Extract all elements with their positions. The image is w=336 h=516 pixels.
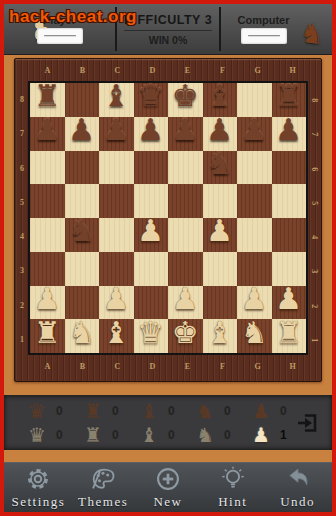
square-c4[interactable] [99, 218, 134, 252]
square-g5[interactable] [237, 184, 272, 218]
captured-row-white: ♛0♜0♝0♞0♟1 [26, 423, 332, 447]
square-b4[interactable]: ♞ [65, 218, 100, 252]
square-c7[interactable]: ♟ [99, 117, 134, 151]
file-labels-top: ABCDEFGH [30, 67, 310, 75]
undo-button[interactable]: Undo [266, 465, 330, 510]
square-a7[interactable]: ♟ [30, 117, 65, 151]
square-f6[interactable]: ♞ [203, 151, 238, 185]
piece-wR-h1[interactable]: ♜ [275, 318, 302, 348]
captured-count: 0 [112, 404, 119, 418]
piece-wP-h2[interactable]: ♟ [275, 284, 302, 314]
piece-bN-b4[interactable]: ♞ [68, 216, 95, 246]
square-h5[interactable] [272, 184, 307, 218]
queen-icon: ♛ [26, 425, 48, 445]
captured-count: 0 [224, 428, 231, 442]
captured-white-rook: ♜0 [82, 425, 138, 445]
piece-wB-f1[interactable]: ♝ [206, 318, 233, 348]
chess-app: hack-cheat.org ♟ Player — DIFFICULTY 3 W… [0, 0, 336, 516]
undo-label: Undo [280, 494, 315, 510]
move-list-arrow-icon[interactable] [296, 411, 320, 435]
square-h1[interactable]: ♜ [272, 319, 307, 353]
square-d4[interactable]: ♟ [134, 218, 169, 252]
coordinate-label: F [205, 363, 240, 371]
new-button[interactable]: New [136, 465, 200, 510]
piece-wP-d4[interactable]: ♟ [137, 216, 164, 246]
chess-board: ABCDEFGH 87654321 87654321 ABCDEFGH ♜♝♛♚… [14, 58, 322, 382]
square-g7[interactable]: ♟ [237, 117, 272, 151]
coordinate-label: 6 [18, 152, 26, 186]
square-e1[interactable]: ♚ [168, 319, 203, 353]
captured-count: 0 [224, 404, 231, 418]
coordinate-label: 4 [18, 220, 26, 254]
square-d3[interactable] [134, 252, 169, 286]
coordinate-label: G [240, 67, 275, 75]
pawn-icon: ♟ [250, 425, 272, 445]
lightbulb-icon [218, 465, 248, 493]
captured-count: 0 [56, 428, 63, 442]
themes-button[interactable]: Themes [71, 465, 135, 510]
square-g6[interactable] [237, 151, 272, 185]
square-a1[interactable]: ♜ [30, 319, 65, 353]
square-a6[interactable] [30, 151, 65, 185]
captured-pieces-tray: ♛0♜0♝0♞0♟0 ♛0♜0♝0♞0♟1 [4, 395, 332, 450]
coordinate-label: 3 [18, 254, 26, 288]
piece-wN-g1[interactable]: ♞ [241, 318, 268, 348]
square-e6[interactable] [168, 151, 203, 185]
piece-wP-a2[interactable]: ♟ [34, 284, 61, 314]
themes-label: Themes [78, 494, 128, 510]
piece-bP-c7[interactable]: ♟ [103, 115, 130, 145]
coordinate-label: F [205, 67, 240, 75]
square-c5[interactable] [99, 184, 134, 218]
piece-wK-e1[interactable]: ♚ [172, 318, 199, 348]
settings-button[interactable]: Settings [6, 465, 70, 510]
coordinate-label: G [240, 363, 275, 371]
coordinate-label: D [135, 67, 170, 75]
piece-bP-f7[interactable]: ♟ [206, 115, 233, 145]
square-h4[interactable] [272, 218, 307, 252]
piece-bR-a8[interactable]: ♜ [34, 81, 61, 111]
captured-white-knight: ♞0 [194, 425, 250, 445]
captured-row-black: ♛0♜0♝0♞0♟0 [26, 399, 332, 423]
computer-knight-icon: ♞ [298, 18, 326, 48]
coordinate-label: C [100, 363, 135, 371]
coordinate-label: B [65, 67, 100, 75]
piece-bB-f8[interactable]: ♝ [206, 81, 233, 111]
square-d7[interactable]: ♟ [134, 117, 169, 151]
square-h7[interactable]: ♟ [272, 117, 307, 151]
square-a4[interactable] [30, 218, 65, 252]
coordinate-label: D [135, 363, 170, 371]
captured-white-queen: ♛0 [26, 425, 82, 445]
piece-wB-c1[interactable]: ♝ [103, 318, 130, 348]
file-labels-bottom: ABCDEFGH [30, 363, 310, 371]
pawn-icon: ♟ [250, 401, 272, 421]
captured-black-bishop: ♝0 [138, 401, 194, 421]
piece-bP-g7[interactable]: ♟ [241, 115, 268, 145]
header-separator-line [124, 30, 212, 31]
piece-bQ-d8[interactable]: ♛ [137, 81, 164, 111]
piece-bP-h7[interactable]: ♟ [275, 115, 302, 145]
piece-wN-b1[interactable]: ♞ [68, 318, 95, 348]
coordinate-label: 1 [18, 323, 26, 357]
square-e5[interactable] [168, 184, 203, 218]
piece-bB-c8[interactable]: ♝ [103, 81, 130, 111]
square-f3[interactable] [203, 252, 238, 286]
bishop-icon: ♝ [138, 425, 160, 445]
gear-icon [23, 465, 53, 493]
difficulty-label: DIFFICULTY 3 [124, 13, 212, 27]
coordinate-label: 7 [18, 117, 26, 151]
square-c6[interactable] [99, 151, 134, 185]
square-c1[interactable]: ♝ [99, 319, 134, 353]
captured-count: 0 [56, 404, 63, 418]
square-h6[interactable] [272, 151, 307, 185]
captured-count: 0 [168, 428, 175, 442]
bishop-icon: ♝ [138, 401, 160, 421]
plus-circle-icon [153, 465, 183, 493]
piece-bP-e7[interactable]: ♟ [172, 115, 199, 145]
settings-label: Settings [11, 494, 65, 510]
computer-label: Computer [238, 14, 290, 26]
rank-labels-left: 87654321 [18, 83, 26, 357]
captured-count: 0 [168, 404, 175, 418]
piece-wQ-d1[interactable]: ♛ [137, 318, 164, 348]
player-value-box: — [37, 28, 83, 44]
piece-bN-f6[interactable]: ♞ [206, 149, 233, 179]
computer-value: — [248, 31, 280, 41]
piece-bR-h8[interactable]: ♜ [275, 81, 302, 111]
piece-bK-e8[interactable]: ♚ [172, 81, 199, 111]
palette-icon [88, 465, 118, 493]
rook-icon: ♜ [82, 401, 104, 421]
knight-icon: ♞ [194, 425, 216, 445]
captured-black-knight: ♞0 [194, 401, 250, 421]
hint-label: Hint [218, 494, 247, 510]
piece-bP-b7[interactable]: ♟ [68, 115, 95, 145]
square-d6[interactable] [134, 151, 169, 185]
captured-white-bishop: ♝0 [138, 425, 194, 445]
square-g1[interactable]: ♞ [237, 319, 272, 353]
piece-wP-g2[interactable]: ♟ [241, 284, 268, 314]
piece-wP-e2[interactable]: ♟ [172, 284, 199, 314]
undo-arrow-icon [283, 465, 313, 493]
captured-count: 0 [112, 428, 119, 442]
square-g4[interactable] [237, 218, 272, 252]
coordinate-label: B [65, 363, 100, 371]
watermark: hack-cheat.org [9, 7, 137, 27]
coordinate-label: H [275, 363, 310, 371]
coordinate-label: 5 [18, 186, 26, 220]
board-squares: ♜♝♛♚♝♜♟♟♟♟♟♟♟♟♞♞♟♟♟♟♟♟♟♜♞♝♛♚♝♞♜ [28, 81, 308, 355]
captured-count: 1 [280, 428, 287, 442]
square-f1[interactable]: ♝ [203, 319, 238, 353]
rank-labels-right: 87654321 [310, 83, 318, 357]
coordinate-label: E [170, 67, 205, 75]
knight-icon: ♞ [194, 401, 216, 421]
win-percentage: WIN 0% [149, 34, 188, 46]
toolbar: Settings Themes New [4, 462, 332, 512]
captured-black-queen: ♛0 [26, 401, 82, 421]
piece-bP-d7[interactable]: ♟ [137, 115, 164, 145]
square-d1[interactable]: ♛ [134, 319, 169, 353]
square-b6[interactable] [65, 151, 100, 185]
captured-count: 0 [280, 404, 287, 418]
piece-wP-f4[interactable]: ♟ [206, 216, 233, 246]
rook-icon: ♜ [82, 425, 104, 445]
square-b3[interactable] [65, 252, 100, 286]
player-value: — [44, 31, 76, 41]
piece-wR-a1[interactable]: ♜ [34, 318, 61, 348]
queen-icon: ♛ [26, 401, 48, 421]
square-b1[interactable]: ♞ [65, 319, 100, 353]
captured-black-rook: ♜0 [82, 401, 138, 421]
coordinate-label: C [100, 67, 135, 75]
hint-button[interactable]: Hint [201, 465, 265, 510]
coordinate-label: 2 [18, 289, 26, 323]
square-a5[interactable] [30, 184, 65, 218]
coordinate-label: A [30, 67, 65, 75]
piece-bP-a7[interactable]: ♟ [34, 115, 61, 145]
new-label: New [153, 494, 182, 510]
coordinate-label: E [170, 363, 205, 371]
square-b7[interactable]: ♟ [65, 117, 100, 151]
coordinate-label: H [275, 67, 310, 75]
square-e4[interactable] [168, 218, 203, 252]
coordinate-label: 8 [18, 83, 26, 117]
piece-wP-c2[interactable]: ♟ [103, 284, 130, 314]
coordinate-label: A [30, 363, 65, 371]
square-e7[interactable]: ♟ [168, 117, 203, 151]
computer-value-box: — [241, 28, 287, 44]
square-f4[interactable]: ♟ [203, 218, 238, 252]
